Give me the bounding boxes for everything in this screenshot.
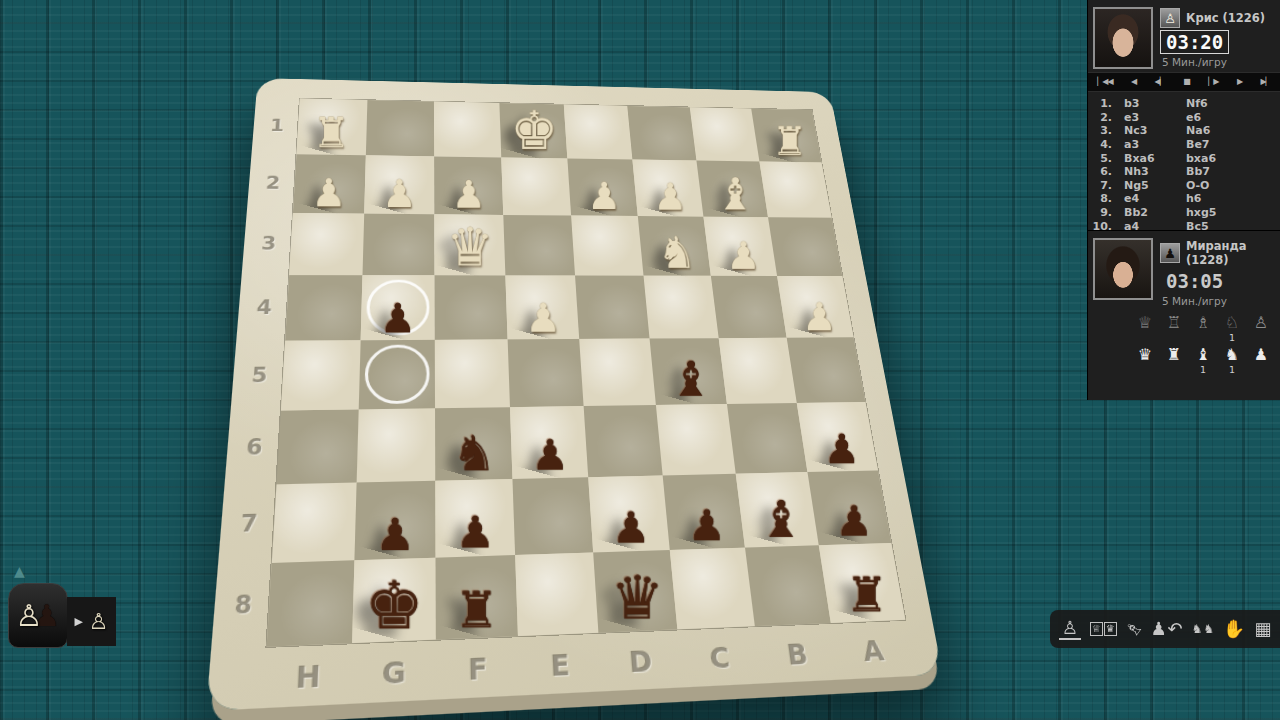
white-move[interactable]: Ng5 (1124, 179, 1186, 192)
white-pawn-icon: ♙ (16, 598, 43, 633)
rank-label-4: 4 (251, 297, 278, 319)
rank-label-6: 6 (240, 435, 268, 460)
black-pawn[interactable]: ♟ (361, 298, 434, 339)
resign-button-glyph: ♗ (1122, 617, 1146, 641)
chessboard-scene: ♜♚♜♟♟♟♟♟♝♛♞♟♟♟♟♝♞♟♟♟♟♟♟♝♟♚♜♛♜ 12345678 H… (238, 0, 938, 720)
square-b1[interactable] (690, 107, 760, 161)
black-pawn[interactable]: ♟ (436, 510, 515, 554)
square-a5[interactable] (787, 337, 866, 403)
black-rook[interactable]: ♜ (436, 586, 518, 636)
black-move[interactable]: hxg5 (1186, 206, 1276, 219)
black-player-panel: ♟ Миранда (1228) 03:05 5 Мин./игру (1088, 230, 1280, 310)
black-pawn[interactable]: ♟ (512, 434, 588, 476)
white-rook[interactable]: ♜ (758, 122, 822, 161)
square-e2[interactable] (501, 158, 571, 216)
square-c2[interactable]: ♟ (632, 160, 703, 217)
square-g6[interactable] (357, 408, 436, 482)
square-f6[interactable]: ♞ (435, 407, 512, 481)
play-icon: ▶ (74, 615, 82, 628)
square-c4[interactable] (644, 276, 719, 339)
square-b3[interactable]: ♟ (703, 217, 777, 276)
square-f3[interactable]: ♛ (434, 214, 505, 275)
square-d1[interactable] (564, 104, 633, 159)
black-pawn[interactable]: ♟ (817, 500, 892, 542)
black-bishop-icon: ♗ (1196, 314, 1210, 332)
square-c3[interactable]: ♞ (638, 216, 711, 276)
file-label-D: D (625, 644, 657, 679)
black-move[interactable]: bxa6 (1186, 152, 1276, 165)
move-number: 5. (1092, 152, 1124, 165)
file-label-A: A (857, 634, 890, 668)
black-move[interactable]: Bc5 (1186, 220, 1276, 230)
captured-black-pieces-row: ♕♖♗♘1♙ (1132, 314, 1278, 343)
square-f2[interactable]: ♟ (434, 156, 503, 214)
square-e8[interactable] (515, 553, 598, 637)
square-h3[interactable] (289, 213, 364, 275)
white-move[interactable]: e4 (1124, 192, 1186, 205)
black-move[interactable]: Bb7 (1186, 165, 1276, 178)
move-row: 5.Bxa6bxa6 (1092, 151, 1276, 165)
black-player-portrait (1093, 238, 1153, 300)
move-row: 3.Nc3Na6 (1092, 124, 1276, 138)
transport-bar: ▏◀◀◀◀▏■▏▶▶▶▏ (1088, 72, 1280, 92)
square-e6[interactable]: ♟ (510, 406, 588, 479)
square-a1[interactable]: ♜ (751, 109, 821, 163)
white-move[interactable]: Bxa6 (1124, 152, 1186, 165)
black-move[interactable]: e6 (1186, 111, 1276, 124)
piece-sets-button[interactable]: ♕♛ (1090, 622, 1117, 636)
black-pawn[interactable]: ♟ (805, 429, 878, 470)
captured-black-rook: ♖ (1161, 314, 1187, 343)
square-e1[interactable]: ♚ (499, 103, 567, 159)
square-c8[interactable] (670, 548, 755, 630)
black-player-name: Миранда (1228) (1186, 239, 1274, 267)
white-knight-icon: ♞ (1225, 346, 1239, 364)
file-label-B: B (781, 637, 813, 671)
white-time-control: 5 Мин./игру (1160, 56, 1265, 68)
captured-count: 1 (1200, 364, 1206, 375)
black-pawn[interactable]: ♟ (592, 506, 670, 549)
square-a3[interactable] (768, 217, 842, 276)
white-bishop[interactable]: ♝ (702, 172, 768, 216)
move-number: 2. (1092, 111, 1124, 124)
captured-white-pieces-row: ♛♜♝1♞1♟ (1132, 346, 1278, 375)
square-e4[interactable]: ♟ (505, 275, 579, 339)
skip-to-end-button[interactable]: ▶▏ (1260, 78, 1270, 86)
white-move[interactable]: a3 (1124, 138, 1186, 151)
black-bishop[interactable]: ♝ (743, 494, 819, 545)
step-back-button[interactable]: ◀▏ (1155, 78, 1165, 86)
rank-label-3: 3 (256, 233, 282, 254)
square-b2[interactable]: ♝ (696, 161, 768, 218)
replay-moves-button[interactable]: ♞♞ (1192, 623, 1215, 635)
white-rook-icon: ♜ (1167, 346, 1181, 364)
square-d8[interactable]: ♛ (593, 550, 677, 633)
square-h8[interactable] (267, 560, 355, 646)
black-pawn[interactable]: ♟ (669, 504, 746, 547)
square-b7[interactable]: ♝ (736, 472, 819, 548)
move-row: 1.b3Nf6 (1092, 97, 1276, 111)
square-a2[interactable] (759, 162, 831, 218)
square-g5[interactable] (359, 340, 435, 409)
square-c1[interactable] (627, 106, 696, 161)
file-label-C: C (704, 641, 736, 676)
white-pawn[interactable]: ♟ (507, 298, 579, 338)
takeback-button-glyph: ↶ (1168, 620, 1183, 638)
black-knight-icon: ♘ (1225, 314, 1239, 332)
square-h5[interactable] (281, 340, 361, 410)
square-d7[interactable]: ♟ (588, 475, 670, 552)
replay-moves-button-glyph: ♞ (1203, 623, 1214, 635)
white-player-panel: ♙ Крис (1226) 03:20 5 Мин./игру (1088, 0, 1280, 72)
captured-black-queen: ♕ (1132, 314, 1158, 343)
black-knight[interactable]: ♞ (436, 429, 513, 478)
setup-position-button-glyph: ▦ (1254, 620, 1271, 638)
rank-label-1: 1 (265, 116, 289, 135)
new-game-pawns-button[interactable]: ♙ ♟ (8, 583, 68, 648)
square-b6[interactable] (727, 403, 808, 474)
move-number: 10. (1092, 220, 1124, 230)
white-knight[interactable]: ♞ (642, 231, 711, 275)
captured-white-knight: ♞1 (1219, 346, 1245, 375)
black-move[interactable]: Nf6 (1186, 97, 1276, 110)
square-f7[interactable]: ♟ (435, 479, 515, 558)
white-side-icon: ♙ (1160, 8, 1180, 28)
square-a6[interactable]: ♟ (797, 402, 878, 472)
move-row: 9.Bb2hxg5 (1092, 206, 1276, 220)
black-rook-icon: ♖ (1167, 314, 1181, 332)
move-by-hand-button-glyph: ✋ (1223, 620, 1245, 638)
black-pawn[interactable]: ♟ (355, 512, 435, 556)
black-bishop[interactable]: ♝ (655, 355, 727, 403)
rank-label-5: 5 (246, 364, 274, 388)
square-g7[interactable]: ♟ (354, 481, 435, 561)
mentor-pawn-button-glyph: ♙ (1059, 619, 1081, 640)
black-king[interactable]: ♚ (353, 572, 435, 638)
white-pawn[interactable]: ♟ (435, 175, 503, 213)
square-c6[interactable] (656, 404, 736, 475)
square-f5[interactable] (435, 339, 510, 408)
square-e7[interactable] (512, 477, 593, 555)
white-pawn[interactable]: ♟ (785, 298, 854, 337)
white-move[interactable]: Bb2 (1124, 206, 1186, 219)
square-h1[interactable]: ♜ (296, 99, 367, 156)
square-d5[interactable] (579, 339, 656, 407)
white-king[interactable]: ♚ (501, 104, 567, 157)
file-label-H: H (292, 659, 325, 696)
captured-white-rook: ♜ (1161, 346, 1187, 375)
square-b8[interactable] (745, 545, 831, 626)
captured-black-pawn: ♙ (1248, 314, 1274, 343)
black-move[interactable]: Be7 (1186, 138, 1276, 151)
square-d4[interactable] (575, 276, 650, 339)
white-player-name: Крис (1226) (1186, 11, 1265, 25)
white-pawn[interactable]: ♟ (571, 177, 638, 214)
rank-label-2: 2 (260, 173, 285, 193)
rank-label-8: 8 (228, 591, 258, 620)
square-a4[interactable]: ♟ (777, 276, 853, 338)
white-pawn[interactable]: ♟ (294, 173, 364, 212)
white-pawn[interactable]: ♟ (637, 178, 704, 215)
play-button[interactable]: ▶ (1237, 78, 1242, 86)
square-f8[interactable]: ♜ (436, 555, 518, 639)
stop-button[interactable]: ■ (1183, 78, 1190, 86)
move-number: 4. (1092, 138, 1124, 151)
white-pawn[interactable]: ♟ (365, 174, 434, 212)
captured-black-knight: ♘1 (1219, 314, 1245, 343)
file-labels: HGFEDCBA (258, 78, 830, 92)
captured-count: 1 (1229, 332, 1235, 343)
move-list: 1.b3Nf62.e3e63.Nc3Na64.a3Be75.Bxa6bxa66.… (1088, 92, 1280, 230)
black-move[interactable]: h6 (1186, 192, 1276, 205)
file-label-F: F (462, 651, 493, 687)
move-row: 8.e4h6 (1092, 192, 1276, 206)
square-f1[interactable] (434, 102, 501, 158)
move-row: 2.e3e6 (1092, 111, 1276, 125)
move-number: 1. (1092, 97, 1124, 110)
white-player-portrait (1093, 7, 1153, 69)
square-d3[interactable] (571, 216, 643, 276)
setup-position-button[interactable]: ▦ (1254, 620, 1271, 638)
move-row: 6.Nh3Bb7 (1092, 165, 1276, 179)
square-d6[interactable] (584, 405, 663, 477)
square-g1[interactable] (366, 100, 434, 156)
white-pawn-icon: ♟ (1254, 346, 1268, 364)
takeback-button-glyph: ♟ (1150, 620, 1166, 638)
square-a8[interactable]: ♜ (819, 543, 906, 623)
square-b5[interactable] (719, 338, 797, 404)
square-e3[interactable] (503, 215, 575, 276)
white-bishop-icon: ♝ (1196, 346, 1210, 364)
move-row: 7.Ng5O-O (1092, 179, 1276, 193)
square-g4[interactable]: ♟ (361, 275, 435, 340)
move-number: 3. (1092, 124, 1124, 137)
white-move[interactable]: b3 (1124, 97, 1186, 110)
move-number: 7. (1092, 179, 1124, 192)
black-queen[interactable]: ♛ (598, 569, 678, 629)
black-queen-icon: ♕ (1138, 314, 1152, 332)
square-h7[interactable] (272, 482, 357, 562)
square-g2[interactable]: ♟ (364, 155, 434, 214)
resign-button[interactable]: ♗ (1126, 620, 1142, 638)
move-number: 6. (1092, 165, 1124, 178)
rank-label-7: 7 (234, 510, 263, 537)
black-move[interactable]: Na6 (1186, 124, 1276, 137)
square-e5[interactable] (508, 339, 584, 407)
bottom-toolbar: ♙♕♛♗♟↶♞♞✋▦ (1050, 610, 1280, 648)
black-time-control: 5 Мин./игру (1160, 295, 1274, 307)
file-label-E: E (544, 648, 575, 684)
mentor-pawn-button[interactable]: ♙ (1059, 619, 1081, 640)
white-move[interactable]: Nc3 (1124, 124, 1186, 137)
captured-pieces-tray: ♕♖♗♘1♙♛♜♝1♞1♟ (1088, 310, 1280, 400)
move-row: 10.a4Bc5 (1092, 219, 1276, 230)
square-c5[interactable]: ♝ (650, 338, 727, 405)
play-panel-button[interactable]: ▶ ♙ (67, 597, 116, 646)
move-row: 4.a3Be7 (1092, 138, 1276, 152)
square-h4[interactable] (285, 275, 362, 341)
rank-labels: 12345678 (258, 78, 830, 92)
square-g3[interactable] (362, 214, 434, 276)
black-clock: 03:05 (1160, 269, 1229, 293)
square-h6[interactable] (276, 409, 358, 484)
pawn-icon: ♙ (89, 609, 109, 634)
square-b4[interactable] (711, 276, 787, 338)
rewind-button[interactable]: ◀ (1131, 78, 1136, 86)
black-pawn-icon: ♙ (1254, 314, 1268, 332)
white-pawn[interactable]: ♟ (709, 237, 777, 275)
collapse-arrow-icon[interactable]: ▲ (14, 564, 25, 578)
captured-white-pawn: ♟ (1248, 346, 1274, 375)
file-label-G: G (378, 655, 409, 691)
captured-white-bishop: ♝1 (1190, 346, 1216, 375)
skip-to-start-button[interactable]: ▏◀◀ (1097, 78, 1112, 86)
black-rook[interactable]: ♜ (828, 572, 906, 620)
app-window: ♜♚♜♟♟♟♟♟♝♛♞♟♟♟♟♝♞♟♟♟♟♟♟♝♟♚♜♛♜ 12345678 H… (0, 0, 1280, 720)
square-c7[interactable]: ♟ (663, 474, 745, 550)
piece-sets-button-glyph: ♕ (1090, 622, 1103, 636)
white-clock: 03:20 (1160, 30, 1229, 54)
square-d2[interactable]: ♟ (567, 159, 637, 217)
white-queen-icon: ♛ (1138, 346, 1152, 364)
move-number: 9. (1092, 206, 1124, 219)
white-move[interactable]: e3 (1124, 111, 1186, 124)
chessboard: ♜♚♜♟♟♟♟♟♝♛♞♟♟♟♟♝♞♟♟♟♟♟♟♝♟♚♜♛♜ 12345678 H… (206, 78, 943, 711)
captured-count: 1 (1229, 364, 1235, 375)
white-rook[interactable]: ♜ (298, 112, 366, 153)
white-move[interactable]: a4 (1124, 220, 1186, 230)
white-queen[interactable]: ♛ (435, 221, 505, 274)
white-move[interactable]: Nh3 (1124, 165, 1186, 178)
captured-black-bishop: ♗ (1190, 314, 1216, 343)
sidebar: ♙ Крис (1226) 03:20 5 Мин./игру ▏◀◀◀◀▏■▏… (1087, 0, 1280, 400)
move-by-hand-button[interactable]: ✋ (1223, 620, 1245, 638)
square-f4[interactable] (435, 275, 508, 340)
replay-moves-button-glyph: ♞ (1192, 623, 1203, 635)
move-number: 8. (1092, 192, 1124, 205)
step-forward-button[interactable]: ▏▶ (1208, 78, 1218, 86)
move-highlight-ring (364, 345, 430, 405)
takeback-button[interactable]: ♟↶ (1150, 620, 1182, 638)
piece-sets-button-glyph: ♛ (1104, 622, 1117, 636)
black-move[interactable]: O-O (1186, 179, 1276, 192)
square-g8[interactable]: ♚ (352, 558, 436, 643)
square-a7[interactable]: ♟ (807, 470, 891, 545)
board-squares: ♜♚♜♟♟♟♟♟♝♛♞♟♟♟♟♝♞♟♟♟♟♟♟♝♟♚♜♛♜ (267, 99, 906, 647)
square-h2[interactable]: ♟ (293, 154, 366, 213)
captured-white-queen: ♛ (1132, 346, 1158, 375)
black-side-icon: ♟ (1160, 243, 1180, 263)
